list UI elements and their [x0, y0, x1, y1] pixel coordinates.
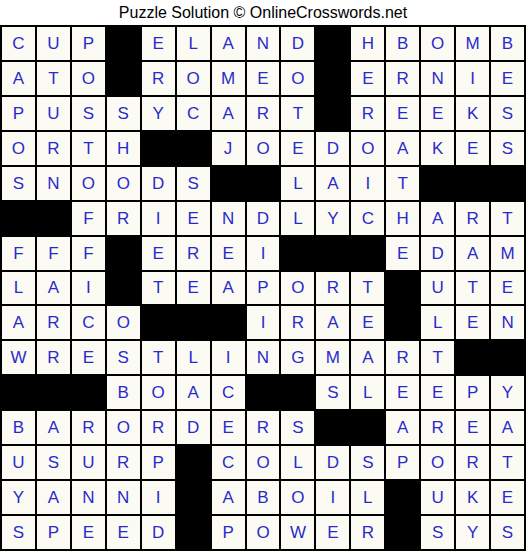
letter-cell: P	[456, 376, 489, 409]
letter-cell: E	[421, 376, 454, 409]
letter-cell: E	[247, 62, 280, 95]
letter-cell: M	[316, 341, 349, 374]
letter-cell: A	[2, 62, 35, 95]
letter-cell: T	[491, 202, 524, 235]
letter-cell: D	[421, 237, 454, 270]
letter-cell: N	[247, 341, 280, 374]
letter-cell: T	[491, 446, 524, 479]
letter-cell: B	[107, 376, 140, 409]
letter-cell: A	[386, 411, 419, 444]
letter-cell: S	[281, 411, 314, 444]
letter-cell: A	[212, 481, 245, 514]
letter-cell: C	[212, 376, 245, 409]
letter-cell: A	[37, 411, 70, 444]
letter-cell: T	[281, 97, 314, 130]
letter-cell: E	[351, 62, 384, 95]
letter-cell: D	[142, 516, 175, 549]
letter-cell: I	[456, 62, 489, 95]
letter-cell: O	[421, 446, 454, 479]
letter-cell: F	[72, 202, 105, 235]
puzzle-solution-page: Puzzle Solution © OnlineCrosswords.net C…	[0, 0, 526, 551]
letter-cell: D	[177, 411, 210, 444]
letter-cell: R	[386, 341, 419, 374]
black-cell	[316, 411, 349, 444]
black-cell	[212, 306, 245, 339]
letter-cell: E	[142, 27, 175, 60]
letter-cell: N	[37, 167, 70, 200]
letter-cell: U	[37, 27, 70, 60]
black-cell	[107, 62, 140, 95]
black-cell	[177, 446, 210, 479]
letter-cell: M	[212, 62, 245, 95]
letter-cell: O	[107, 167, 140, 200]
letter-cell: E	[386, 97, 419, 130]
letter-cell: I	[212, 341, 245, 374]
letter-cell: R	[456, 446, 489, 479]
letter-cell: P	[2, 97, 35, 130]
letter-cell: G	[281, 341, 314, 374]
letter-cell: E	[212, 411, 245, 444]
letter-cell: S	[37, 446, 70, 479]
letter-cell: A	[37, 481, 70, 514]
letter-cell: O	[72, 62, 105, 95]
letter-cell: M	[491, 237, 524, 270]
black-cell	[177, 516, 210, 549]
black-cell	[177, 132, 210, 165]
letter-cell: C	[351, 202, 384, 235]
black-cell	[212, 167, 245, 200]
letter-cell: A	[212, 272, 245, 305]
black-cell	[2, 202, 35, 235]
letter-cell: N	[107, 481, 140, 514]
letter-cell: S	[2, 516, 35, 549]
letter-cell: L	[281, 202, 314, 235]
letter-cell: D	[281, 27, 314, 60]
letter-cell: O	[281, 481, 314, 514]
black-cell	[456, 167, 489, 200]
black-cell	[316, 62, 349, 95]
letter-cell: E	[212, 237, 245, 270]
letter-cell: R	[421, 411, 454, 444]
letter-cell: A	[351, 341, 384, 374]
black-cell	[386, 516, 419, 549]
letter-cell: E	[491, 272, 524, 305]
letter-cell: S	[177, 167, 210, 200]
letter-cell: E	[456, 306, 489, 339]
black-cell	[351, 411, 384, 444]
letter-cell: W	[281, 516, 314, 549]
letter-cell: P	[72, 27, 105, 60]
letter-cell: P	[247, 272, 280, 305]
letter-cell: P	[37, 516, 70, 549]
letter-cell: A	[212, 97, 245, 130]
letter-cell: R	[107, 446, 140, 479]
black-cell	[491, 341, 524, 374]
letter-cell: S	[491, 516, 524, 549]
letter-cell: E	[456, 132, 489, 165]
black-cell	[456, 341, 489, 374]
black-cell	[316, 237, 349, 270]
letter-cell: T	[351, 272, 384, 305]
letter-cell: R	[37, 306, 70, 339]
letter-cell: O	[351, 132, 384, 165]
letter-cell: J	[212, 132, 245, 165]
letter-cell: T	[37, 62, 70, 95]
letter-cell: E	[316, 516, 349, 549]
black-cell	[351, 237, 384, 270]
letter-cell: A	[386, 132, 419, 165]
black-cell	[37, 202, 70, 235]
letter-cell: Y	[316, 202, 349, 235]
letter-cell: R	[456, 202, 489, 235]
letter-cell: S	[491, 132, 524, 165]
letter-cell: E	[421, 97, 454, 130]
letter-cell: T	[421, 341, 454, 374]
letter-cell: I	[247, 237, 280, 270]
letter-cell: P	[142, 446, 175, 479]
black-cell	[37, 376, 70, 409]
letter-cell: L	[281, 446, 314, 479]
letter-cell: E	[177, 202, 210, 235]
letter-cell: K	[421, 132, 454, 165]
letter-cell: I	[142, 481, 175, 514]
letter-cell: N	[421, 62, 454, 95]
black-cell	[107, 27, 140, 60]
letter-cell: R	[247, 97, 280, 130]
letter-cell: R	[107, 202, 140, 235]
black-cell	[281, 237, 314, 270]
letter-cell: K	[456, 481, 489, 514]
black-cell	[386, 481, 419, 514]
letter-cell: F	[72, 237, 105, 270]
letter-cell: O	[247, 446, 280, 479]
letter-cell: L	[351, 376, 384, 409]
letter-cell: C	[72, 306, 105, 339]
letter-cell: O	[142, 376, 175, 409]
letter-cell: I	[142, 202, 175, 235]
letter-cell: C	[212, 446, 245, 479]
letter-cell: R	[142, 62, 175, 95]
letter-cell: S	[107, 341, 140, 374]
letter-cell: S	[107, 97, 140, 130]
letter-cell: L	[2, 272, 35, 305]
letter-cell: R	[177, 237, 210, 270]
black-cell	[386, 272, 419, 305]
letter-cell: R	[37, 341, 70, 374]
letter-cell: E	[456, 411, 489, 444]
letter-cell: F	[2, 237, 35, 270]
letter-cell: T	[142, 272, 175, 305]
black-cell	[2, 376, 35, 409]
letter-cell: O	[2, 132, 35, 165]
letter-cell: E	[107, 516, 140, 549]
letter-cell: D	[316, 132, 349, 165]
black-cell	[247, 167, 280, 200]
black-cell	[107, 272, 140, 305]
letter-cell: I	[351, 167, 384, 200]
black-cell	[386, 306, 419, 339]
letter-cell: E	[491, 481, 524, 514]
letter-cell: R	[72, 411, 105, 444]
black-cell	[281, 376, 314, 409]
black-cell	[72, 376, 105, 409]
letter-cell: P	[386, 446, 419, 479]
letter-cell: B	[247, 481, 280, 514]
letter-cell: L	[177, 27, 210, 60]
black-cell	[247, 376, 280, 409]
letter-cell: Y	[491, 376, 524, 409]
letter-cell: L	[421, 306, 454, 339]
letter-cell: A	[491, 411, 524, 444]
letter-cell: E	[386, 376, 419, 409]
letter-cell: E	[386, 237, 419, 270]
letter-cell: C	[177, 97, 210, 130]
black-cell	[177, 306, 210, 339]
letter-cell: O	[247, 516, 280, 549]
letter-cell: E	[72, 341, 105, 374]
letter-cell: S	[421, 516, 454, 549]
letter-cell: E	[177, 272, 210, 305]
letter-cell: K	[456, 97, 489, 130]
letter-cell: H	[107, 132, 140, 165]
letter-cell: D	[316, 446, 349, 479]
letter-cell: E	[491, 62, 524, 95]
black-cell	[107, 237, 140, 270]
black-cell	[142, 132, 175, 165]
letter-cell: E	[351, 306, 384, 339]
letter-cell: H	[351, 27, 384, 60]
letter-cell: L	[177, 341, 210, 374]
black-cell	[142, 306, 175, 339]
letter-cell: S	[2, 167, 35, 200]
letter-cell: L	[281, 167, 314, 200]
letter-cell: T	[456, 272, 489, 305]
black-cell	[491, 167, 524, 200]
letter-cell: E	[281, 132, 314, 165]
letter-cell: O	[421, 27, 454, 60]
letter-cell: A	[316, 306, 349, 339]
letter-cell: R	[316, 272, 349, 305]
letter-cell: I	[72, 272, 105, 305]
letter-cell: T	[72, 132, 105, 165]
letter-cell: T	[386, 167, 419, 200]
letter-cell: T	[142, 341, 175, 374]
letter-cell: U	[421, 481, 454, 514]
page-title: Puzzle Solution © OnlineCrosswords.net	[0, 0, 526, 25]
letter-cell: D	[142, 167, 175, 200]
letter-cell: D	[247, 202, 280, 235]
letter-cell: A	[456, 237, 489, 270]
letter-cell: B	[2, 411, 35, 444]
letter-cell: F	[37, 237, 70, 270]
letter-cell: E	[142, 237, 175, 270]
letter-cell: Y	[142, 97, 175, 130]
crossword-grid: CUPELANDHBOMBATOROMEOERNIEPUSSYCARTREEKS…	[0, 25, 526, 551]
letter-cell: A	[212, 27, 245, 60]
letter-cell: P	[212, 516, 245, 549]
letter-cell: O	[107, 411, 140, 444]
letter-cell: U	[37, 97, 70, 130]
letter-cell: R	[281, 306, 314, 339]
letter-cell: S	[316, 376, 349, 409]
letter-cell: M	[456, 27, 489, 60]
letter-cell: U	[421, 272, 454, 305]
letter-cell: A	[177, 376, 210, 409]
letter-cell: O	[177, 62, 210, 95]
black-cell	[421, 167, 454, 200]
letter-cell: A	[2, 306, 35, 339]
letter-cell: S	[491, 97, 524, 130]
letter-cell: I	[247, 306, 280, 339]
letter-cell: N	[212, 202, 245, 235]
letter-cell: B	[491, 27, 524, 60]
letter-cell: R	[37, 132, 70, 165]
letter-cell: R	[386, 62, 419, 95]
letter-cell: C	[2, 27, 35, 60]
letter-cell: A	[37, 272, 70, 305]
black-cell	[177, 481, 210, 514]
letter-cell: O	[107, 306, 140, 339]
letter-cell: Y	[2, 481, 35, 514]
letter-cell: W	[2, 341, 35, 374]
letter-cell: N	[247, 27, 280, 60]
letter-cell: N	[72, 481, 105, 514]
black-cell	[316, 97, 349, 130]
letter-cell: R	[142, 411, 175, 444]
letter-cell: R	[351, 516, 384, 549]
letter-cell: S	[72, 97, 105, 130]
letter-cell: Y	[456, 516, 489, 549]
letter-cell: A	[316, 167, 349, 200]
letter-cell: N	[491, 306, 524, 339]
letter-cell: R	[247, 411, 280, 444]
letter-cell: O	[281, 62, 314, 95]
letter-cell: U	[72, 446, 105, 479]
letter-cell: O	[281, 272, 314, 305]
letter-cell: A	[421, 202, 454, 235]
letter-cell: U	[2, 446, 35, 479]
letter-cell: R	[351, 97, 384, 130]
letter-cell: E	[72, 516, 105, 549]
letter-cell: I	[316, 481, 349, 514]
letter-cell: S	[351, 446, 384, 479]
letter-cell: L	[351, 481, 384, 514]
letter-cell: B	[386, 27, 419, 60]
black-cell	[316, 27, 349, 60]
letter-cell: O	[72, 167, 105, 200]
letter-cell: O	[247, 132, 280, 165]
letter-cell: H	[386, 202, 419, 235]
